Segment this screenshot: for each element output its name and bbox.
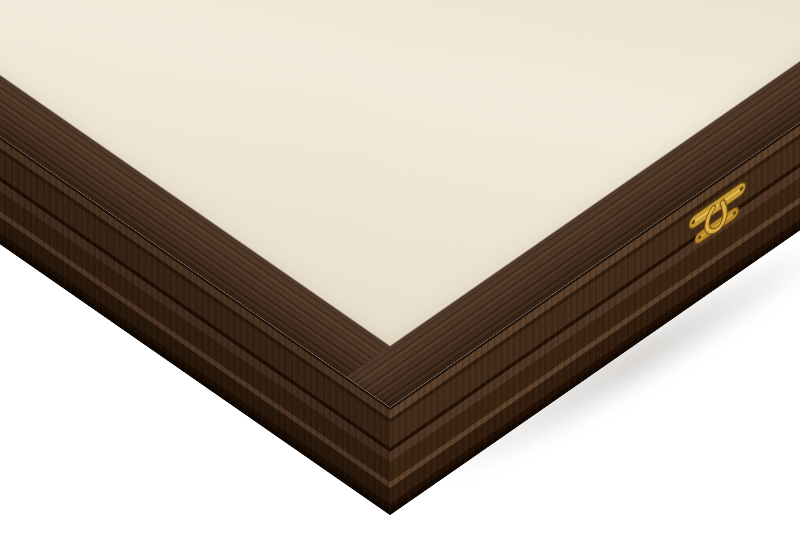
frame-edge-top bbox=[346, 0, 800, 15]
board-top-face bbox=[0, 0, 800, 407]
frame-edge-left bbox=[0, 0, 434, 15]
chess-box bbox=[0, 0, 800, 407]
photo-canvas bbox=[0, 0, 800, 533]
